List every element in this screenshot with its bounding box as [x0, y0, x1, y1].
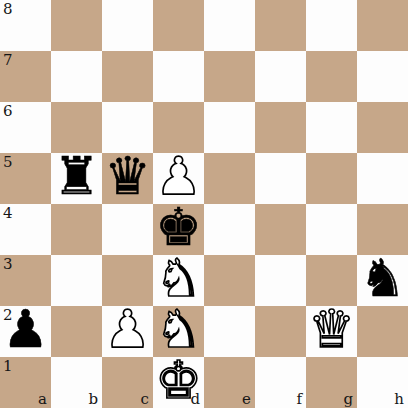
square-b7[interactable]: [51, 51, 102, 102]
square-f4[interactable]: [255, 204, 306, 255]
rank-label-7: 7: [3, 53, 13, 68]
square-e5[interactable]: [204, 153, 255, 204]
square-e2[interactable]: [204, 306, 255, 357]
piece-black-pawn-a2[interactable]: ♟: [2, 304, 49, 355]
square-g6[interactable]: [306, 102, 357, 153]
square-f7[interactable]: [255, 51, 306, 102]
file-label-e: e: [242, 392, 251, 407]
piece-white-knight-d2[interactable]: ♞: [155, 304, 202, 355]
square-e8[interactable]: [204, 0, 255, 51]
chess-board: 8765♜♛♟4♚3♞♞2♟♟♞♛1abcd♚efgh: [0, 0, 408, 408]
file-label-b: b: [88, 392, 98, 407]
rank-label-4: 4: [3, 206, 13, 221]
square-a2[interactable]: 2♟: [0, 306, 51, 357]
square-c7[interactable]: [102, 51, 153, 102]
square-d7[interactable]: [153, 51, 204, 102]
rank-label-3: 3: [3, 257, 13, 272]
square-g5[interactable]: [306, 153, 357, 204]
square-g7[interactable]: [306, 51, 357, 102]
rank-label-8: 8: [3, 2, 13, 17]
square-b1[interactable]: b: [51, 357, 102, 408]
square-b5[interactable]: ♜: [51, 153, 102, 204]
square-a6[interactable]: 6: [0, 102, 51, 153]
rank-label-1: 1: [3, 359, 13, 374]
file-label-a: a: [38, 392, 47, 407]
square-e4[interactable]: [204, 204, 255, 255]
piece-white-knight-d3[interactable]: ♞: [155, 253, 202, 304]
square-c2[interactable]: ♟: [102, 306, 153, 357]
square-h5[interactable]: [357, 153, 408, 204]
square-f1[interactable]: f: [255, 357, 306, 408]
rank-label-5: 5: [3, 155, 13, 170]
piece-black-queen-c5[interactable]: ♛: [104, 151, 151, 202]
square-g8[interactable]: [306, 0, 357, 51]
square-h6[interactable]: [357, 102, 408, 153]
square-c5[interactable]: ♛: [102, 153, 153, 204]
file-label-c: c: [141, 392, 149, 407]
piece-white-pawn-c2[interactable]: ♟: [104, 304, 151, 355]
square-e1[interactable]: e: [204, 357, 255, 408]
square-a8[interactable]: 8: [0, 0, 51, 51]
square-e6[interactable]: [204, 102, 255, 153]
piece-white-king-d1[interactable]: ♚: [155, 355, 202, 406]
square-e3[interactable]: [204, 255, 255, 306]
square-a4[interactable]: 4: [0, 204, 51, 255]
piece-black-rook-b5[interactable]: ♜: [53, 151, 100, 202]
piece-black-knight-h3[interactable]: ♞: [359, 253, 406, 304]
square-a7[interactable]: 7: [0, 51, 51, 102]
square-f2[interactable]: [255, 306, 306, 357]
square-f6[interactable]: [255, 102, 306, 153]
square-f8[interactable]: [255, 0, 306, 51]
file-label-f: f: [296, 392, 302, 407]
square-c8[interactable]: [102, 0, 153, 51]
piece-black-king-d4[interactable]: ♚: [155, 202, 202, 253]
square-c1[interactable]: c: [102, 357, 153, 408]
square-h3[interactable]: ♞: [357, 255, 408, 306]
file-label-g: g: [343, 392, 353, 407]
square-d1[interactable]: d♚: [153, 357, 204, 408]
rank-label-6: 6: [3, 104, 13, 119]
square-a5[interactable]: 5: [0, 153, 51, 204]
square-h8[interactable]: [357, 0, 408, 51]
square-g4[interactable]: [306, 204, 357, 255]
square-b2[interactable]: [51, 306, 102, 357]
square-b4[interactable]: [51, 204, 102, 255]
piece-white-queen-g2[interactable]: ♛: [308, 304, 355, 355]
square-f3[interactable]: [255, 255, 306, 306]
square-g2[interactable]: ♛: [306, 306, 357, 357]
square-g1[interactable]: g: [306, 357, 357, 408]
square-e7[interactable]: [204, 51, 255, 102]
square-c4[interactable]: [102, 204, 153, 255]
file-label-h: h: [394, 392, 404, 407]
piece-white-pawn-d5[interactable]: ♟: [155, 151, 202, 202]
square-h7[interactable]: [357, 51, 408, 102]
square-h1[interactable]: h: [357, 357, 408, 408]
square-h2[interactable]: [357, 306, 408, 357]
square-a1[interactable]: 1a: [0, 357, 51, 408]
square-f5[interactable]: [255, 153, 306, 204]
square-b8[interactable]: [51, 0, 102, 51]
square-b3[interactable]: [51, 255, 102, 306]
square-d8[interactable]: [153, 0, 204, 51]
